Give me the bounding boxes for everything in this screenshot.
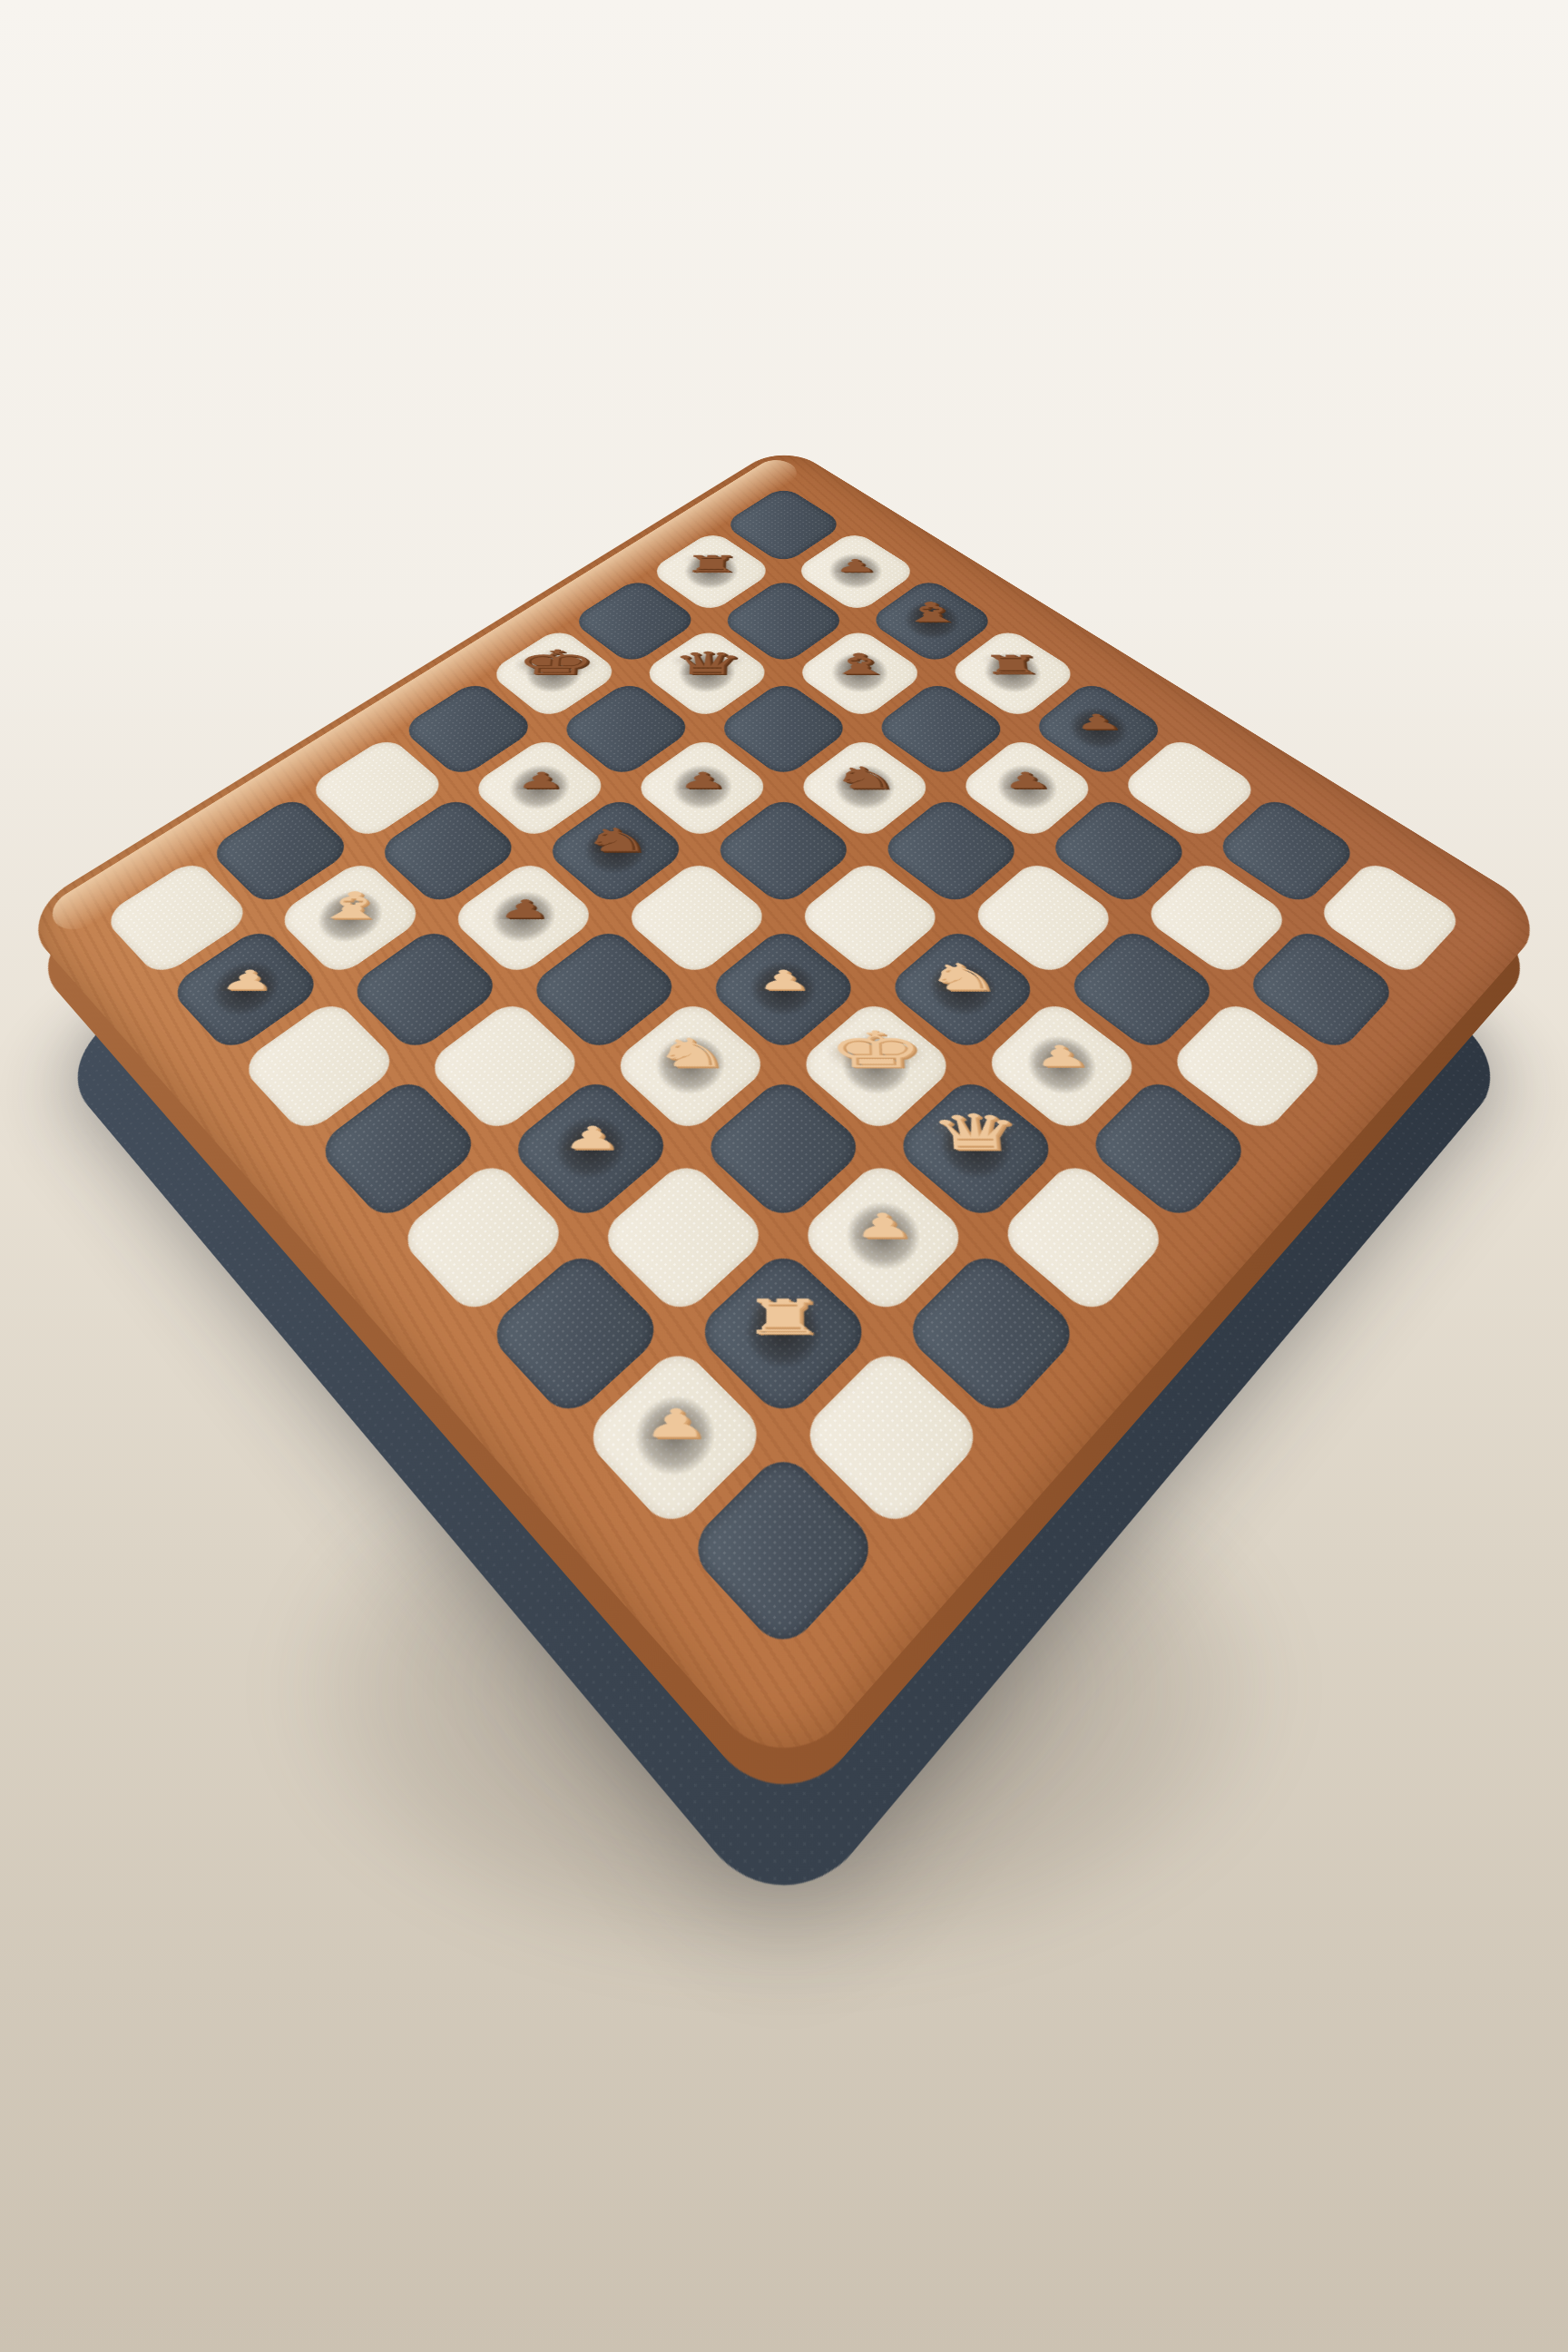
piece-black-rook-h5: ♜ (980, 652, 1044, 678)
square-c4: ♞ (610, 997, 772, 1136)
piece-black-pawn-h4: ♟ (1073, 711, 1123, 732)
square-d2: ♛ (892, 1074, 1060, 1224)
piece-white-king-d3: ♚ (827, 1024, 926, 1074)
piece-black-king-e8: ♚ (513, 645, 597, 679)
square-e3: ♞ (884, 926, 1041, 1055)
square-a5 (314, 1074, 482, 1224)
square-f2 (1063, 926, 1220, 1055)
square-f1 (1166, 997, 1328, 1136)
piece-black-bishop-g6: ♝ (826, 650, 894, 679)
piece-black-bishop-h6: ♝ (897, 599, 965, 626)
piece-white-knight-e3: ♞ (924, 959, 1001, 996)
piece-white-pawn-d4: ♟ (757, 966, 811, 994)
square-d3: ♚ (795, 997, 957, 1136)
square-g1 (1242, 926, 1399, 1055)
square-c5 (525, 926, 682, 1055)
square-b2: ♜ (692, 1247, 874, 1421)
chess-board-assembly: ♚♜♟♝♟♛♟♟♞♟♝♝♞♜♟♞♟♟♟♚♞♟♜♟♛♟ (16, 444, 1551, 1786)
square-b1 (797, 1344, 986, 1533)
square-h1 (1314, 857, 1465, 978)
piece-white-pawn-e2: ♟ (1032, 1042, 1091, 1071)
square-e1 (1084, 1074, 1252, 1224)
square-e2: ♟ (981, 997, 1143, 1136)
square-b4: ♟ (506, 1074, 674, 1224)
piece-black-knight-d6: ♞ (581, 824, 652, 856)
square-c3 (699, 1074, 867, 1224)
caption: Modern wooden chess set: walnut board wi… (0, 0, 1, 1)
square-a6 (238, 997, 400, 1136)
piece-black-pawn-e6: ♟ (678, 769, 728, 791)
square-a3 (485, 1247, 666, 1421)
board-frame: ♚♜♟♝♟♛♟♟♞♟♝♝♞♜♟♞♟♟♟♚♞♟♜♟♛♟ (16, 444, 1551, 1786)
piece-white-pawn-c2: ♟ (852, 1209, 913, 1242)
square-a8 (102, 857, 253, 978)
piece-white-rook-b2: ♜ (741, 1293, 826, 1341)
piece-black-pawn-h7: ♟ (834, 557, 877, 574)
piece-black-pawn-d7: ♟ (514, 769, 566, 791)
piece-black-queen-f7: ♛ (670, 648, 744, 679)
piece-black-rook-g8: ♜ (681, 553, 740, 576)
board-grid: ♚♜♟♝♟♛♟♟♞♟♝♝♞♜♟♞♟♟♟♚♞♟♜♟♛♟ (102, 485, 1467, 1656)
piece-white-pawn-a7: ♟ (217, 966, 278, 994)
square-c1 (900, 1247, 1082, 1421)
square-b3 (596, 1158, 771, 1319)
square-a7: ♟ (167, 926, 324, 1055)
piece-white-pawn-b4: ♟ (562, 1122, 622, 1153)
square-a2: ♟ (580, 1344, 769, 1533)
piece-white-queen-d2: ♛ (927, 1108, 1023, 1157)
square-d1 (995, 1158, 1171, 1319)
piece-black-pawn-c6: ♟ (496, 897, 552, 922)
piece-black-pawn-g4: ♟ (1001, 769, 1053, 791)
piece-black-knight-f5: ♞ (830, 763, 898, 793)
piece-white-bishop-b7: ♝ (310, 887, 394, 924)
square-b6 (347, 926, 504, 1055)
piece-white-knight-c4: ♞ (652, 1034, 730, 1073)
square-d4: ♟ (705, 926, 862, 1055)
square-b5 (424, 997, 586, 1136)
chess-set-photo: Modern wooden chess set: walnut board wi… (0, 0, 1568, 2352)
piece-white-pawn-a2: ♟ (642, 1404, 708, 1443)
square-a1 (684, 1448, 882, 1654)
square-c2: ♟ (796, 1158, 971, 1319)
square-a4 (396, 1158, 571, 1319)
